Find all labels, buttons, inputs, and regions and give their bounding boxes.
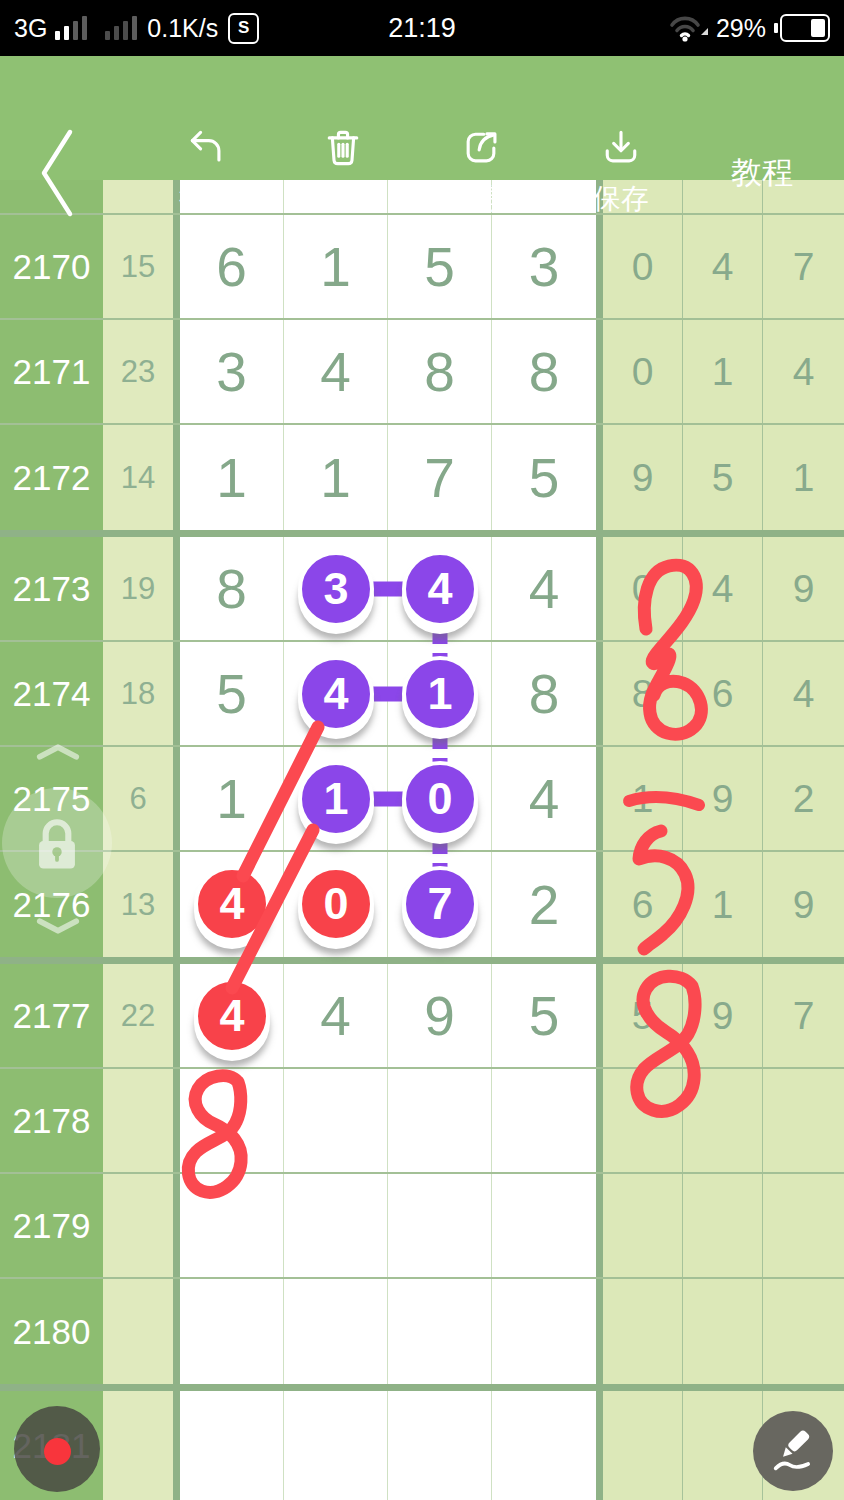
app-screen: 3G 0.1K/s S 21:19 29%: [0, 0, 844, 1500]
status-bar: 3G 0.1K/s S 21:19 29%: [0, 0, 844, 56]
pencil-icon: [767, 1425, 819, 1477]
table-row: 2177 22 4 4 9 5 5 9 7: [0, 964, 844, 1069]
trash-icon: [321, 126, 365, 170]
marked-number-purple[interactable]: 1: [402, 656, 478, 732]
column-divider: [173, 320, 180, 423]
ref-number-cell[interactable]: [683, 1174, 763, 1277]
scroll-lock-button[interactable]: [2, 788, 112, 898]
column-divider: [173, 425, 180, 530]
ref-number-cell[interactable]: 1: [603, 747, 683, 850]
ref-number-cell[interactable]: [683, 1391, 763, 1500]
marked-number-purple[interactable]: 4: [402, 551, 478, 627]
number-cell[interactable]: 4: [284, 964, 388, 1067]
number-cell[interactable]: 5: [492, 964, 596, 1067]
column-divider: [596, 964, 603, 1067]
table-row: 2170 15 6 1 5 3 0 4 7: [0, 215, 844, 320]
marked-number-purple[interactable]: 3: [298, 551, 374, 627]
number-cell[interactable]: [388, 1174, 492, 1277]
marked-number-purple[interactable]: 4: [298, 656, 374, 732]
number-cell[interactable]: [284, 1174, 388, 1277]
column-divider: [596, 215, 603, 318]
save-label: 保存: [561, 180, 681, 218]
column-divider: [596, 537, 603, 640]
sum-cell: [103, 1391, 173, 1500]
table-row: 2179: [0, 1174, 844, 1279]
number-cell[interactable]: 5: [388, 215, 492, 318]
ref-number-cell[interactable]: [603, 1174, 683, 1277]
download-icon: [599, 126, 643, 170]
ref-number-cell[interactable]: 0: [603, 537, 683, 640]
number-cell[interactable]: 5: [180, 642, 284, 745]
ref-number-cell[interactable]: 9: [763, 537, 844, 640]
number-cell[interactable]: 1: [284, 215, 388, 318]
number-cell[interactable]: 1: [180, 747, 284, 850]
marked-number-red[interactable]: 4: [194, 866, 270, 942]
pen-tool-button[interactable]: [753, 1411, 833, 1491]
ref-number-cell[interactable]: 8: [603, 642, 683, 745]
number-cell[interactable]: [388, 1391, 492, 1500]
scroll-lock-control: [0, 700, 120, 960]
column-divider: [173, 537, 180, 640]
period-cell: 2180: [0, 1279, 103, 1384]
sum-cell: 14: [103, 425, 173, 530]
marked-number-red[interactable]: 4: [194, 978, 270, 1054]
save-button[interactable]: 保存: [561, 126, 681, 218]
period-cell: 2173: [0, 537, 103, 640]
pen-color-button[interactable]: [14, 1406, 100, 1492]
marked-number-red[interactable]: 0: [298, 866, 374, 942]
ref-number-cell[interactable]: [603, 1069, 683, 1172]
number-cell[interactable]: [180, 1279, 284, 1384]
column-divider: [596, 1279, 603, 1384]
clear-button[interactable]: 清除: [283, 126, 403, 218]
column-divider: [173, 1069, 180, 1172]
number-cell[interactable]: [180, 1391, 284, 1500]
scroll-down-chevron-icon[interactable]: [35, 916, 81, 936]
ref-number-cell[interactable]: 7: [763, 215, 844, 318]
period-cell: 2177: [0, 964, 103, 1067]
scroll-up-chevron-icon[interactable]: [35, 742, 81, 762]
share-label: 分享: [421, 180, 541, 218]
wifi-icon: [668, 14, 708, 42]
column-divider: [173, 964, 180, 1067]
tutorial-button[interactable]: 教程: [702, 152, 822, 194]
period-cell: 2178: [0, 1069, 103, 1172]
ref-number-cell[interactable]: 6: [603, 852, 683, 957]
ref-number-cell[interactable]: 1: [763, 425, 844, 530]
ref-number-cell[interactable]: 9: [763, 852, 844, 957]
ref-number-cell[interactable]: [603, 1391, 683, 1500]
column-divider: [596, 852, 603, 957]
sum-cell: 15: [103, 215, 173, 318]
ref-number-cell[interactable]: 6: [683, 642, 763, 745]
number-cell[interactable]: 7: [388, 425, 492, 530]
number-cell[interactable]: [492, 1391, 596, 1500]
ref-number-cell[interactable]: 5: [683, 425, 763, 530]
number-cell[interactable]: 8: [492, 320, 596, 423]
share-icon: [459, 126, 503, 170]
number-cell[interactable]: 1: [284, 425, 388, 530]
column-divider: [596, 747, 603, 850]
ref-number-cell[interactable]: [763, 1279, 844, 1384]
ref-number-cell[interactable]: [603, 1279, 683, 1384]
lock-icon: [24, 810, 90, 876]
number-cell[interactable]: 8: [180, 537, 284, 640]
ref-number-cell[interactable]: 4: [763, 320, 844, 423]
column-divider: [596, 642, 603, 745]
battery-icon: [774, 14, 830, 42]
ref-number-cell[interactable]: 0: [603, 320, 683, 423]
ref-number-cell[interactable]: 9: [603, 425, 683, 530]
number-cell[interactable]: 3: [492, 215, 596, 318]
number-cell[interactable]: 9: [388, 964, 492, 1067]
number-cell[interactable]: [492, 1279, 596, 1384]
number-cell[interactable]: [284, 1279, 388, 1384]
ref-number-cell[interactable]: 4: [763, 642, 844, 745]
column-divider: [596, 1174, 603, 1277]
table-row: 2181: [0, 1391, 844, 1500]
column-divider: [173, 852, 180, 957]
sum-cell: [103, 1279, 173, 1384]
column-divider: [596, 1069, 603, 1172]
undo-label: 撤销: [147, 180, 267, 218]
number-cell[interactable]: [284, 1069, 388, 1172]
clear-label: 清除: [283, 180, 403, 218]
sum-cell: [103, 1069, 173, 1172]
table-row: 2180: [0, 1279, 844, 1384]
ref-number-cell[interactable]: 2: [763, 747, 844, 850]
sum-cell: 22: [103, 964, 173, 1067]
ref-number-cell[interactable]: 9: [683, 964, 763, 1067]
number-cell[interactable]: [180, 1069, 284, 1172]
ref-number-cell[interactable]: 1: [683, 320, 763, 423]
ref-number-cell[interactable]: 1: [683, 852, 763, 957]
ref-number-cell[interactable]: [763, 1069, 844, 1172]
back-button[interactable]: [34, 126, 82, 224]
marked-number-purple[interactable]: 1: [298, 761, 374, 837]
ref-number-cell[interactable]: 4: [683, 215, 763, 318]
network-speed-label: 0.1K/s: [147, 14, 218, 43]
table-row: 2172 14 1 1 7 5 9 5 1: [0, 425, 844, 530]
sum-cell: 19: [103, 537, 173, 640]
table-row: 2171 23 3 4 8 8 0 1 4: [0, 320, 844, 425]
trend-table: 2170 15 6 1 5 3 0 4 7 2171 23 3 4 8 8 0 …: [0, 180, 844, 1500]
column-divider: [596, 425, 603, 530]
ref-number-cell[interactable]: [763, 1174, 844, 1277]
column-divider: [173, 1391, 180, 1500]
chevron-left-icon: [34, 126, 82, 220]
number-cell[interactable]: 5: [492, 425, 596, 530]
number-cell[interactable]: 8: [388, 320, 492, 423]
number-cell[interactable]: 6: [180, 215, 284, 318]
ref-number-cell[interactable]: 0: [603, 215, 683, 318]
number-cell[interactable]: 4: [284, 320, 388, 423]
ref-number-cell[interactable]: 7: [763, 964, 844, 1067]
column-divider: [596, 320, 603, 423]
ref-number-cell[interactable]: [683, 1069, 763, 1172]
signal-bars-icon: [55, 16, 87, 40]
sum-cell: 23: [103, 320, 173, 423]
number-cell[interactable]: 8: [492, 642, 596, 745]
undo-icon: [185, 126, 229, 170]
undo-button[interactable]: 撤销: [147, 126, 267, 218]
share-button[interactable]: 分享: [421, 126, 541, 218]
column-divider: [596, 1391, 603, 1500]
red-color-dot-icon: [44, 1438, 71, 1465]
period-cell: 2170: [0, 215, 103, 318]
number-cell[interactable]: [180, 1174, 284, 1277]
marked-number-purple[interactable]: 7: [402, 866, 478, 942]
number-cell[interactable]: 4: [492, 747, 596, 850]
period-cell: 2171: [0, 320, 103, 423]
number-cell[interactable]: 4: [492, 537, 596, 640]
column-divider: [173, 215, 180, 318]
column-divider: [173, 1174, 180, 1277]
group-divider: [0, 1384, 844, 1391]
ref-number-cell[interactable]: [683, 1279, 763, 1384]
number-cell[interactable]: [388, 1069, 492, 1172]
number-cell[interactable]: 3: [180, 320, 284, 423]
group-divider: [0, 957, 844, 964]
column-divider: [173, 1279, 180, 1384]
period-cell: 2179: [0, 1174, 103, 1277]
number-cell[interactable]: 1: [180, 425, 284, 530]
marked-number-purple[interactable]: 0: [402, 761, 478, 837]
network-type-label: 3G: [14, 14, 47, 43]
ref-number-cell[interactable]: 5: [603, 964, 683, 1067]
number-cell[interactable]: [284, 1391, 388, 1500]
sum-cell: [103, 1174, 173, 1277]
column-divider: [173, 747, 180, 850]
column-divider: [173, 642, 180, 745]
ref-number-cell[interactable]: 4: [683, 537, 763, 640]
toolbar: 撤销 清除 分享 保存 教程: [0, 56, 844, 180]
vpn-badge-icon: S: [228, 13, 259, 44]
number-cell[interactable]: [492, 1174, 596, 1277]
battery-percent-label: 29%: [716, 14, 766, 43]
number-cell[interactable]: [388, 1279, 492, 1384]
number-cell[interactable]: 2: [492, 852, 596, 957]
table-row: 2178: [0, 1069, 844, 1174]
period-cell: 2172: [0, 425, 103, 530]
group-divider: [0, 530, 844, 537]
signal-bars-secondary-icon: [105, 16, 137, 40]
number-cell[interactable]: [492, 1069, 596, 1172]
ref-number-cell[interactable]: 9: [683, 747, 763, 850]
